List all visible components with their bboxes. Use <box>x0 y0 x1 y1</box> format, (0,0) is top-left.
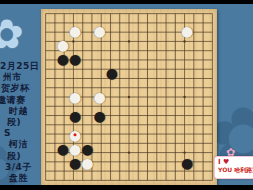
event-info-panel: 2月25日州市贺岁杯邀请赛时越段)S柯洁段)3/4子盘胜 <box>0 61 41 184</box>
event-info-line: 贺岁杯 <box>0 83 41 94</box>
stone-white: ● <box>81 156 93 170</box>
watermark-heart-line: I ♥ <box>218 158 253 166</box>
stone-black: ● <box>181 156 193 170</box>
event-info-line: 柯洁 <box>0 139 41 150</box>
event-info-line: 段) <box>0 151 41 162</box>
last-move-marker <box>74 133 77 136</box>
stone-white: ● <box>181 24 193 38</box>
stone-white: ● <box>93 90 105 104</box>
stone-white: ● <box>69 24 81 38</box>
watermark-text-line: YOU 哈利路亚 <box>218 166 253 174</box>
stone-black: ● <box>106 66 118 80</box>
watermark-badge: I ♥ YOU 哈利路亚 <box>214 156 253 179</box>
stone-black: ● <box>57 142 69 156</box>
event-info-line: 邀请赛 <box>0 95 38 106</box>
stone-black: ● <box>69 156 81 170</box>
event-info-line: 3/4子 <box>0 162 41 173</box>
go-board-grid: ●●●●●●●●●●●●●●●●●● <box>41 9 217 185</box>
flower-icon: ✿ <box>0 14 24 54</box>
go-board: ●●●●●●●●●●●●●●●●●● <box>41 9 217 185</box>
event-info-line: 2月25日 <box>0 61 41 72</box>
stone-black: ● <box>57 52 69 66</box>
video-frame: ✿ ✿ ✿ 2月25日州市贺岁杯邀请赛时越段)S柯洁段)3/4子盘胜 ●●●●●… <box>0 0 253 190</box>
stone-white: ● <box>93 24 105 38</box>
stone-black: ● <box>93 109 105 123</box>
event-info-line: 州市 <box>0 72 41 83</box>
stone-black: ● <box>69 109 81 123</box>
letterbox-top-bar <box>0 0 253 4</box>
letterbox-bottom-bar <box>0 185 253 190</box>
event-info-line: 盘胜 <box>0 173 41 184</box>
event-info-line: 段) <box>0 117 41 128</box>
event-info-line: 时越 <box>0 106 41 117</box>
stone-white: ● <box>69 90 81 104</box>
event-info-line: S <box>0 128 41 139</box>
stone-black: ● <box>69 52 81 66</box>
